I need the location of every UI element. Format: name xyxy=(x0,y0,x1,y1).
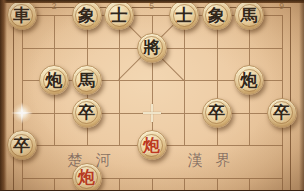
piece-glyph: 炮 xyxy=(78,169,95,186)
piece-black-chariot[interactable]: 車 xyxy=(7,0,37,30)
piece-black-soldier[interactable]: 卒 xyxy=(267,98,297,128)
board-edge-right xyxy=(299,0,304,190)
piece-glyph: 卒 xyxy=(78,104,95,121)
board-edge-left xyxy=(0,0,7,190)
board-edge-top xyxy=(0,0,304,3)
piece-glyph: 卒 xyxy=(13,137,30,154)
piece-glyph: 車 xyxy=(13,7,30,24)
piece-black-elephant[interactable]: 象 xyxy=(72,0,102,30)
piece-black-soldier[interactable]: 卒 xyxy=(7,130,37,160)
piece-black-advisor[interactable]: 士 xyxy=(104,0,134,30)
piece-glyph: 士 xyxy=(176,7,193,24)
piece-black-general[interactable]: 將 xyxy=(137,33,167,63)
piece-black-horse[interactable]: 馬 xyxy=(234,0,264,30)
sparkle-effect xyxy=(11,102,33,124)
piece-glyph: 馬 xyxy=(241,7,258,24)
piece-glyph: 炮 xyxy=(241,72,258,89)
xiangqi-board[interactable]: 123456789 楚河漢界 車象士士象馬將炮馬炮卒卒卒卒炮炮 xyxy=(0,0,304,190)
last-move-crosshair-marker xyxy=(143,104,161,122)
piece-black-horse[interactable]: 馬 xyxy=(72,65,102,95)
piece-glyph: 馬 xyxy=(78,72,95,89)
piece-red-cannon[interactable]: 炮 xyxy=(137,130,167,160)
river-label: 漢界 xyxy=(188,151,231,170)
board-grid-red-side[interactable] xyxy=(22,178,283,191)
piece-black-soldier[interactable]: 卒 xyxy=(202,98,232,128)
piece-glyph: 炮 xyxy=(143,137,160,154)
piece-glyph: 卒 xyxy=(208,104,225,121)
piece-black-cannon[interactable]: 炮 xyxy=(39,65,69,95)
piece-glyph: 卒 xyxy=(273,104,290,121)
piece-glyph: 士 xyxy=(111,7,128,24)
piece-black-cannon[interactable]: 炮 xyxy=(234,65,264,95)
piece-black-advisor[interactable]: 士 xyxy=(169,0,199,30)
piece-black-soldier[interactable]: 卒 xyxy=(72,98,102,128)
piece-glyph: 炮 xyxy=(46,72,63,89)
piece-red-cannon[interactable]: 炮 xyxy=(72,163,102,191)
piece-black-elephant[interactable]: 象 xyxy=(202,0,232,30)
piece-glyph: 象 xyxy=(208,7,225,24)
piece-glyph: 象 xyxy=(78,7,95,24)
piece-glyph: 將 xyxy=(143,39,160,56)
